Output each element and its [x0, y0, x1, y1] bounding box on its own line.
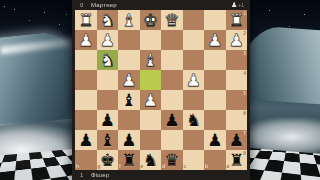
square-e4[interactable]	[140, 70, 162, 90]
square-g6[interactable]: ♟	[97, 110, 119, 130]
black-knight: ♞	[143, 150, 158, 170]
square-d8[interactable]: ♛d	[161, 150, 183, 170]
square-a1[interactable]: ♜1	[226, 10, 248, 30]
file-label-c: c	[184, 164, 187, 169]
square-e3[interactable]: ♝	[140, 50, 162, 70]
square-g3[interactable]: ♞	[97, 50, 119, 70]
black-pawn: ♟	[121, 130, 136, 150]
black-pawn: ♟	[207, 130, 222, 150]
file-label-b: b	[205, 164, 208, 169]
chess-app-window: 0 Мартнер ♟ +1 ♜♞♝♚♛♜1♟♟♟♟2♞♝3♟♟4♝♟5♟♟♞6…	[72, 0, 250, 180]
white-pawn: ♟	[78, 30, 93, 50]
square-a2[interactable]: ♟2	[226, 30, 248, 50]
white-rook: ♜	[229, 10, 244, 30]
square-f2[interactable]	[118, 30, 140, 50]
square-f5[interactable]: ♝	[118, 90, 140, 110]
square-a8[interactable]: ♜8a	[226, 150, 248, 170]
top-player-score: 0	[80, 0, 84, 10]
material-advantage-indicator: ♟ +1	[231, 0, 244, 10]
square-a3[interactable]: 3	[226, 50, 248, 70]
white-pawn-icon: ♟	[231, 0, 237, 10]
black-pawn: ♟	[229, 130, 244, 150]
file-label-h: h	[76, 164, 79, 169]
square-h6[interactable]	[75, 110, 97, 130]
bottom-player-name: Фішер	[91, 170, 109, 180]
square-c2[interactable]	[183, 30, 205, 50]
square-e8[interactable]: ♞e	[140, 150, 162, 170]
square-h7[interactable]: ♟	[75, 130, 97, 150]
square-b1[interactable]	[204, 10, 226, 30]
white-queen: ♛	[164, 10, 179, 30]
white-bishop: ♝	[121, 10, 136, 30]
rank-label-3: 3	[243, 51, 246, 56]
file-label-d: d	[162, 164, 165, 169]
square-h3[interactable]	[75, 50, 97, 70]
black-queen: ♛	[164, 150, 179, 170]
square-g7[interactable]: ♝	[97, 130, 119, 150]
square-g5[interactable]	[97, 90, 119, 110]
square-g8[interactable]: ♚g	[97, 150, 119, 170]
file-label-a: a	[227, 164, 230, 169]
white-pawn: ♟	[186, 70, 201, 90]
white-pawn: ♟	[121, 70, 136, 90]
square-b7[interactable]: ♟	[204, 130, 226, 150]
white-rook: ♜	[78, 10, 93, 30]
white-pawn: ♟	[100, 30, 115, 50]
square-d5[interactable]	[161, 90, 183, 110]
black-pawn: ♟	[100, 110, 115, 130]
square-a5[interactable]: 5	[226, 90, 248, 110]
square-c4[interactable]: ♟	[183, 70, 205, 90]
chess-board[interactable]: ♜♞♝♚♛♜1♟♟♟♟2♞♝3♟♟4♝♟5♟♟♞6♟♝♟♟♟7h♚g♜f♞e♛d…	[75, 10, 247, 170]
square-a4[interactable]: 4	[226, 70, 248, 90]
square-f4[interactable]: ♟	[118, 70, 140, 90]
black-rook: ♜	[121, 150, 136, 170]
black-bishop: ♝	[100, 130, 115, 150]
bottom-player-bar: 1 Фішер	[72, 170, 250, 180]
white-knight: ♞	[100, 10, 115, 30]
square-b8[interactable]: b	[204, 150, 226, 170]
square-f6[interactable]	[118, 110, 140, 130]
square-c5[interactable]	[183, 90, 205, 110]
screenshot-root: 0 Мартнер ♟ +1 ♜♞♝♚♛♜1♟♟♟♟2♞♝3♟♟4♝♟5♟♟♞6…	[0, 0, 320, 180]
square-a6[interactable]: 6	[226, 110, 248, 130]
square-f7[interactable]: ♟	[118, 130, 140, 150]
square-c8[interactable]: c	[183, 150, 205, 170]
rank-label-5: 5	[243, 91, 246, 96]
square-b3[interactable]	[204, 50, 226, 70]
rank-label-1: 1	[243, 11, 246, 16]
white-bishop: ♝	[143, 50, 158, 70]
file-label-f: f	[119, 164, 121, 169]
square-f3[interactable]	[118, 50, 140, 70]
square-g2[interactable]: ♟	[97, 30, 119, 50]
bottom-player-score: 1	[80, 170, 84, 180]
square-f1[interactable]: ♝	[118, 10, 140, 30]
square-g1[interactable]: ♞	[97, 10, 119, 30]
square-d3[interactable]	[161, 50, 183, 70]
rank-label-4: 4	[243, 71, 246, 76]
square-h1[interactable]: ♜	[75, 10, 97, 30]
square-b2[interactable]: ♟	[204, 30, 226, 50]
white-knight: ♞	[100, 50, 115, 70]
black-rook: ♜	[229, 150, 244, 170]
square-e5[interactable]: ♟	[140, 90, 162, 110]
white-pawn: ♟	[229, 30, 244, 50]
square-e2[interactable]	[140, 30, 162, 50]
file-label-g: g	[98, 164, 101, 169]
rank-label-2: 2	[243, 31, 246, 36]
square-b6[interactable]	[204, 110, 226, 130]
black-knight: ♞	[186, 110, 201, 130]
white-king: ♚	[143, 10, 158, 30]
file-label-e: e	[141, 164, 144, 169]
square-c1[interactable]	[183, 10, 205, 30]
square-d7[interactable]	[161, 130, 183, 150]
square-d6[interactable]: ♟	[161, 110, 183, 130]
square-b4[interactable]	[204, 70, 226, 90]
square-e6[interactable]	[140, 110, 162, 130]
black-pawn: ♟	[78, 130, 93, 150]
square-f8[interactable]: ♜f	[118, 150, 140, 170]
white-pawn: ♟	[143, 90, 158, 110]
square-h5[interactable]	[75, 90, 97, 110]
square-d2[interactable]	[161, 30, 183, 50]
square-c7[interactable]	[183, 130, 205, 150]
square-d1[interactable]: ♛	[161, 10, 183, 30]
white-pawn: ♟	[207, 30, 222, 50]
square-a7[interactable]: ♟7	[226, 130, 248, 150]
material-value: +1	[238, 0, 244, 10]
black-bishop: ♝	[121, 90, 136, 110]
square-e1[interactable]: ♚	[140, 10, 162, 30]
stars	[4, 6, 5, 7]
top-player-bar: 0 Мартнер ♟ +1	[72, 0, 250, 10]
square-c6[interactable]: ♞	[183, 110, 205, 130]
rank-label-7: 7	[243, 131, 246, 136]
square-h4[interactable]	[75, 70, 97, 90]
square-b5[interactable]	[204, 90, 226, 110]
square-c3[interactable]	[183, 50, 205, 70]
black-king: ♚	[100, 150, 115, 170]
square-h2[interactable]: ♟	[75, 30, 97, 50]
black-pawn: ♟	[164, 110, 179, 130]
square-g4[interactable]	[97, 70, 119, 90]
square-h8[interactable]: h	[75, 150, 97, 170]
square-e7[interactable]	[140, 130, 162, 150]
rank-label-8: 8	[243, 151, 246, 156]
rank-label-6: 6	[243, 111, 246, 116]
square-d4[interactable]	[161, 70, 183, 90]
top-player-name: Мартнер	[91, 0, 117, 10]
